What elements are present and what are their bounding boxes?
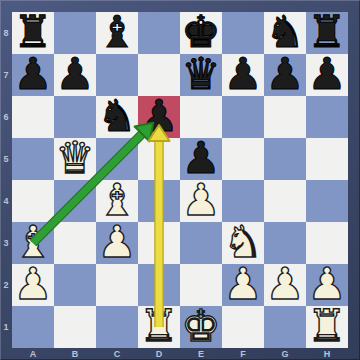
square-b4[interactable] xyxy=(54,180,96,222)
square-a2[interactable]: ♟ xyxy=(12,264,54,306)
square-b3[interactable] xyxy=(54,222,96,264)
black-knight[interactable]: ♞ xyxy=(264,11,306,53)
chess-board: ♜♝♚♞♜♟♟♛♟♟♟♞♟♛♟♝♟♝♟♞♟♟♟♟♜♚♜ xyxy=(12,12,348,348)
square-b1[interactable] xyxy=(54,306,96,348)
square-b2[interactable] xyxy=(54,264,96,306)
black-rook[interactable]: ♜ xyxy=(306,11,348,53)
file-label-h: H xyxy=(306,348,348,360)
white-rook[interactable]: ♜ xyxy=(138,305,180,347)
white-rook[interactable]: ♜ xyxy=(306,305,348,347)
file-label-b: B xyxy=(54,348,96,360)
black-pawn[interactable]: ♟ xyxy=(180,137,222,179)
white-pawn[interactable]: ♟ xyxy=(96,221,138,263)
rank-label-5: 5 xyxy=(0,138,12,180)
square-c3[interactable]: ♟ xyxy=(96,222,138,264)
white-king[interactable]: ♚ xyxy=(180,305,222,347)
rank-label-6: 6 xyxy=(0,96,12,138)
file-label-g: G xyxy=(264,348,306,360)
square-d3[interactable] xyxy=(138,222,180,264)
square-e7[interactable]: ♛ xyxy=(180,54,222,96)
white-pawn[interactable]: ♟ xyxy=(12,263,54,305)
rank-label-1: 1 xyxy=(0,306,12,348)
black-knight[interactable]: ♞ xyxy=(96,95,138,137)
square-h6[interactable] xyxy=(306,96,348,138)
white-pawn[interactable]: ♟ xyxy=(264,263,306,305)
black-pawn[interactable]: ♟ xyxy=(54,53,96,95)
file-label-c: C xyxy=(96,348,138,360)
white-pawn[interactable]: ♟ xyxy=(222,263,264,305)
square-e4[interactable]: ♟ xyxy=(180,180,222,222)
black-rook[interactable]: ♜ xyxy=(12,11,54,53)
white-pawn[interactable]: ♟ xyxy=(306,263,348,305)
square-d5[interactable] xyxy=(138,138,180,180)
square-d8[interactable] xyxy=(138,12,180,54)
black-bishop[interactable]: ♝ xyxy=(96,11,138,53)
white-queen[interactable]: ♛ xyxy=(54,137,96,179)
black-pawn[interactable]: ♟ xyxy=(306,53,348,95)
black-pawn[interactable]: ♟ xyxy=(222,53,264,95)
square-f7[interactable]: ♟ xyxy=(222,54,264,96)
square-a5[interactable] xyxy=(12,138,54,180)
square-h1[interactable]: ♜ xyxy=(306,306,348,348)
file-label-f: F xyxy=(222,348,264,360)
rank-label-3: 3 xyxy=(0,222,12,264)
square-b7[interactable]: ♟ xyxy=(54,54,96,96)
square-g4[interactable] xyxy=(264,180,306,222)
white-pawn[interactable]: ♟ xyxy=(180,179,222,221)
square-g6[interactable] xyxy=(264,96,306,138)
white-bishop[interactable]: ♝ xyxy=(12,221,54,263)
square-g2[interactable]: ♟ xyxy=(264,264,306,306)
square-h4[interactable] xyxy=(306,180,348,222)
square-f2[interactable]: ♟ xyxy=(222,264,264,306)
white-knight[interactable]: ♞ xyxy=(222,221,264,263)
file-label-d: D xyxy=(138,348,180,360)
file-label-e: E xyxy=(180,348,222,360)
square-a1[interactable] xyxy=(12,306,54,348)
square-h5[interactable] xyxy=(306,138,348,180)
square-h7[interactable]: ♟ xyxy=(306,54,348,96)
square-g7[interactable]: ♟ xyxy=(264,54,306,96)
black-pawn[interactable]: ♟ xyxy=(12,53,54,95)
rank-label-8: 8 xyxy=(0,12,12,54)
black-queen[interactable]: ♛ xyxy=(180,53,222,95)
square-b5[interactable]: ♛ xyxy=(54,138,96,180)
square-f6[interactable] xyxy=(222,96,264,138)
square-c6[interactable]: ♞ xyxy=(96,96,138,138)
square-c8[interactable]: ♝ xyxy=(96,12,138,54)
white-bishop[interactable]: ♝ xyxy=(96,179,138,221)
black-pawn[interactable]: ♟ xyxy=(138,95,180,137)
square-c2[interactable] xyxy=(96,264,138,306)
file-label-a: A xyxy=(12,348,54,360)
square-c1[interactable] xyxy=(96,306,138,348)
rank-label-7: 7 xyxy=(0,54,12,96)
black-pawn[interactable]: ♟ xyxy=(264,53,306,95)
square-a7[interactable]: ♟ xyxy=(12,54,54,96)
rank-label-4: 4 xyxy=(0,180,12,222)
square-a6[interactable] xyxy=(12,96,54,138)
square-g1[interactable] xyxy=(264,306,306,348)
square-d6[interactable]: ♟ xyxy=(138,96,180,138)
square-d4[interactable] xyxy=(138,180,180,222)
square-e3[interactable] xyxy=(180,222,222,264)
square-f5[interactable] xyxy=(222,138,264,180)
square-d1[interactable]: ♜ xyxy=(138,306,180,348)
chess-board-frame: ♜♝♚♞♜♟♟♛♟♟♟♞♟♛♟♝♟♝♟♞♟♟♟♟♜♚♜ 87654321ABCD… xyxy=(0,0,360,360)
rank-label-2: 2 xyxy=(0,264,12,306)
square-f1[interactable] xyxy=(222,306,264,348)
square-g5[interactable] xyxy=(264,138,306,180)
square-e1[interactable]: ♚ xyxy=(180,306,222,348)
black-king[interactable]: ♚ xyxy=(180,11,222,53)
